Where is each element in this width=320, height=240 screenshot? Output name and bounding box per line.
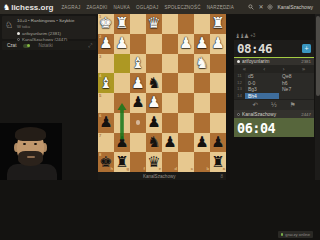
knight-game-icon: ♘ bbox=[5, 20, 13, 30]
square-a7[interactable]: ♟ bbox=[210, 133, 226, 153]
square-b3[interactable]: ♞ bbox=[194, 54, 210, 74]
square-c6[interactable] bbox=[178, 113, 194, 133]
rank-label: 7 bbox=[99, 134, 101, 138]
square-e1[interactable]: ♛ bbox=[146, 14, 162, 34]
square-d8[interactable]: d bbox=[162, 152, 178, 172]
square-c8[interactable]: c bbox=[178, 152, 194, 172]
piece-white-pawn-e5[interactable]: ♟ bbox=[146, 93, 162, 113]
square-f6[interactable] bbox=[130, 113, 146, 133]
square-b1[interactable] bbox=[194, 14, 210, 34]
search-icon[interactable] bbox=[248, 4, 254, 11]
file-label: b bbox=[206, 167, 209, 171]
square-g4[interactable] bbox=[114, 73, 130, 93]
black-side-icon bbox=[237, 113, 240, 116]
square-c7[interactable] bbox=[178, 133, 194, 153]
piece-black-pawn-g7[interactable]: ♟ bbox=[114, 133, 130, 153]
square-c2[interactable]: ♟ bbox=[178, 34, 194, 54]
square-e5[interactable]: ♟ bbox=[146, 93, 162, 113]
opponent-name: arifoyunlarim bbox=[242, 59, 299, 64]
scrollbar-thumb[interactable] bbox=[316, 16, 320, 96]
rank-label: 8 bbox=[99, 153, 101, 157]
captured-pieces-tray: ♝♝♟ +3 bbox=[235, 31, 313, 39]
streamer-webcam bbox=[0, 123, 62, 180]
rank-label: 3 bbox=[99, 55, 101, 59]
challenge-icon[interactable]: ✕ bbox=[258, 4, 263, 10]
square-f8[interactable]: f bbox=[130, 152, 146, 172]
tab-notes[interactable]: Notatki bbox=[38, 43, 52, 48]
square-g6[interactable] bbox=[114, 113, 130, 133]
piece-black-pawn-a7[interactable]: ♟ bbox=[210, 133, 226, 153]
square-h8[interactable]: 8h♚ bbox=[98, 152, 114, 172]
square-c1[interactable] bbox=[178, 14, 194, 34]
captured-pieces: ♝♝♟ bbox=[235, 32, 248, 39]
file-label: g bbox=[126, 167, 129, 171]
file-label: d bbox=[174, 167, 177, 171]
square-g1[interactable]: ♜ bbox=[114, 14, 130, 34]
square-f7[interactable] bbox=[130, 133, 146, 153]
square-h2[interactable]: 2♟ bbox=[98, 34, 114, 54]
last-move-button[interactable]: » bbox=[302, 65, 306, 73]
under-board-username: KanalSzachowy bbox=[98, 174, 220, 179]
square-e3[interactable] bbox=[146, 54, 162, 74]
logo-text: lichess.org bbox=[11, 3, 53, 12]
nav-item-nauka[interactable]: NAUKA bbox=[114, 5, 131, 10]
webcam-beard bbox=[18, 151, 43, 166]
square-d1[interactable] bbox=[162, 14, 178, 34]
piece-black-pawn-b7[interactable]: ♟ bbox=[194, 133, 210, 153]
file-label: h bbox=[110, 167, 113, 171]
last-move-highlight bbox=[114, 54, 130, 74]
square-a3[interactable] bbox=[210, 54, 226, 74]
move-dest-dot bbox=[136, 120, 141, 125]
file-label: e bbox=[159, 167, 161, 171]
opponent-player-bar[interactable]: arifoyunlarim 2381 bbox=[234, 57, 314, 65]
opponent-rating: 2381 bbox=[301, 59, 311, 64]
file-label: f bbox=[144, 167, 145, 171]
square-c3[interactable] bbox=[178, 54, 194, 74]
rank-label: 5 bbox=[99, 94, 101, 98]
piece-white-rook-g1[interactable]: ♜ bbox=[114, 14, 130, 34]
square-g3[interactable] bbox=[114, 54, 130, 74]
piece-white-queen-e1[interactable]: ♛ bbox=[146, 14, 162, 34]
chat-toggle[interactable] bbox=[23, 44, 30, 48]
piece-black-knight-e7[interactable]: ♞ bbox=[146, 133, 162, 153]
square-b2[interactable]: ♟ bbox=[194, 34, 210, 54]
piece-black-pawn-d7[interactable]: ♟ bbox=[162, 133, 178, 153]
square-a1[interactable]: ♜ bbox=[210, 14, 226, 34]
nav-item-zagadki[interactable]: ZAGADKI bbox=[86, 5, 107, 10]
square-b6[interactable] bbox=[194, 113, 210, 133]
player-name: KanalSzachowy bbox=[242, 112, 299, 117]
square-a5[interactable] bbox=[210, 93, 226, 113]
square-d4[interactable] bbox=[162, 73, 178, 93]
white-player-line[interactable]: arifoyunlarim (2381) bbox=[17, 31, 94, 36]
player-clock-active: 06:04 bbox=[234, 118, 314, 137]
piece-white-pawn-g2[interactable]: ♟ bbox=[114, 34, 130, 54]
square-h3[interactable]: 3 bbox=[98, 54, 114, 74]
square-h7[interactable]: 7 bbox=[98, 133, 114, 153]
game-side-panel: ♝♝♟ +3 08:46 + arifoyunlarim 2381 «‹›» 1… bbox=[234, 14, 314, 180]
rank-label: 4 bbox=[99, 74, 101, 78]
square-c4[interactable] bbox=[178, 73, 194, 93]
file-label: c bbox=[191, 167, 193, 171]
move-list: 11d5Qe8120-0h613Bg3Ne714Bh4 bbox=[234, 73, 314, 99]
square-f2[interactable] bbox=[130, 34, 146, 54]
rank-label: 1 bbox=[99, 15, 101, 19]
tab-chat[interactable]: Czat bbox=[7, 43, 16, 48]
nav-item-oglądaj[interactable]: OGLĄDAJ bbox=[136, 5, 158, 10]
player-rating: 2447 bbox=[301, 112, 311, 117]
white-player-name: arifoyunlarim (2381) bbox=[22, 31, 61, 36]
square-b4[interactable] bbox=[194, 73, 210, 93]
square-d5[interactable] bbox=[162, 93, 178, 113]
square-e7[interactable]: ♞ bbox=[146, 133, 162, 153]
player-time: 06:04 bbox=[237, 120, 275, 136]
square-f1[interactable] bbox=[130, 14, 146, 34]
square-d6[interactable] bbox=[162, 113, 178, 133]
square-e6[interactable]: ♟ bbox=[146, 113, 162, 133]
webcam-shoulders bbox=[7, 164, 57, 180]
draw-offer-icon[interactable]: ½ bbox=[271, 101, 277, 109]
nav-item-zagraj[interactable]: ZAGRAJ bbox=[61, 5, 80, 10]
square-g7[interactable]: ♟ bbox=[114, 133, 130, 153]
webcam-hair bbox=[15, 127, 46, 141]
material-diff: +3 bbox=[250, 33, 255, 38]
game-time-control: 10+0 • Rankingowa • Szybkie bbox=[17, 18, 94, 23]
next-move-button[interactable]: › bbox=[282, 65, 284, 73]
chat-tabbar: Czat Notatki ⤢ bbox=[2, 41, 96, 50]
piece-white-pawn-b2[interactable]: ♟ bbox=[194, 34, 210, 54]
piece-white-rook-a1[interactable]: ♜ bbox=[210, 14, 226, 34]
square-g2[interactable]: ♟ bbox=[114, 34, 130, 54]
square-b5[interactable] bbox=[194, 93, 210, 113]
gear-icon[interactable] bbox=[267, 4, 273, 11]
square-b8[interactable]: b bbox=[194, 152, 210, 172]
square-e8[interactable]: e♛ bbox=[146, 152, 162, 172]
square-a2[interactable]: ♟ bbox=[210, 34, 226, 54]
player-bar[interactable]: KanalSzachowy 2447 bbox=[234, 110, 314, 118]
square-f3[interactable]: ♝ bbox=[130, 54, 146, 74]
main-nav: ZAGRAJZAGADKINAUKAOGLĄDAJSPOŁECZNOŚĆNARZ… bbox=[61, 5, 248, 10]
nav-item-narzędzia[interactable]: NARZĘDZIA bbox=[207, 5, 234, 10]
square-h5[interactable]: 5 bbox=[98, 93, 114, 113]
knight-logo-icon: ♞ bbox=[3, 3, 10, 12]
move-nav-controls: «‹›» bbox=[234, 65, 314, 73]
nav-item-społeczność[interactable]: SPOŁECZNOŚĆ bbox=[164, 5, 200, 10]
prev-move-button[interactable]: ‹ bbox=[263, 65, 265, 73]
under-board-bar: KanalSzachowy 8 bbox=[98, 172, 226, 180]
opponent-time: 08:46 bbox=[237, 41, 272, 56]
piece-black-knight-e4[interactable]: ♞ bbox=[146, 73, 162, 93]
piece-white-bishop-f3[interactable]: ♝ bbox=[130, 54, 146, 74]
logged-in-username[interactable]: KanalSzachowy bbox=[277, 4, 313, 10]
square-d3[interactable] bbox=[162, 54, 178, 74]
rank-label: 2 bbox=[99, 35, 101, 39]
piece-white-knight-b3[interactable]: ♞ bbox=[194, 54, 210, 74]
piece-black-pawn-e6[interactable]: ♟ bbox=[146, 113, 162, 133]
piece-white-pawn-f4[interactable]: ♟ bbox=[130, 73, 146, 93]
square-c5[interactable] bbox=[178, 93, 194, 113]
square-d2[interactable] bbox=[162, 34, 178, 54]
square-f4[interactable]: ♟ bbox=[130, 73, 146, 93]
square-f5[interactable]: ♟ bbox=[130, 93, 146, 113]
top-navbar: ♞ lichess.org ZAGRAJZAGADKINAUKAOGLĄDAJS… bbox=[0, 0, 320, 14]
square-g8[interactable]: g♜ bbox=[114, 152, 130, 172]
square-a4[interactable] bbox=[210, 73, 226, 93]
header-user-area: ✕ KanalSzachowy bbox=[248, 4, 313, 11]
resign-flag-icon[interactable]: ⚑ bbox=[290, 101, 296, 109]
chess-board[interactable]: 1♚♜♛♜2♟♟♟♟♟3♝♞4♝♟♞5♟♟6♟♟7♟♞♟♟♟8h♚g♜fe♛dc… bbox=[98, 14, 226, 172]
square-h4[interactable]: 4♝ bbox=[98, 73, 114, 93]
square-h1[interactable]: 1♚ bbox=[98, 14, 114, 34]
piece-black-pawn-f5[interactable]: ♟ bbox=[130, 93, 146, 113]
game-action-buttons: ↶½⚑ bbox=[234, 99, 314, 110]
square-a8[interactable]: a♜ bbox=[210, 152, 226, 172]
lichess-logo[interactable]: ♞ lichess.org bbox=[3, 3, 53, 12]
chat-expand-icon[interactable]: ⤢ bbox=[88, 42, 92, 49]
white-color-icon bbox=[17, 32, 20, 35]
piece-white-pawn-c2[interactable]: ♟ bbox=[178, 34, 194, 54]
give-time-button[interactable]: + bbox=[302, 44, 311, 53]
scrollbar-track[interactable] bbox=[315, 14, 320, 180]
square-d7[interactable]: ♟ bbox=[162, 133, 178, 153]
game-info-box: ♘ 10+0 • Rankingowa • Szybkie W toku ari… bbox=[2, 16, 96, 39]
first-move-button[interactable]: « bbox=[242, 65, 246, 73]
white-side-icon bbox=[237, 60, 240, 63]
game-status: W toku bbox=[17, 24, 94, 29]
square-e2[interactable] bbox=[146, 34, 162, 54]
opponent-clock: 08:46 + bbox=[234, 40, 314, 57]
rank-label: 6 bbox=[99, 114, 101, 118]
file-label: a bbox=[223, 167, 225, 171]
under-board-number: 8 bbox=[220, 174, 223, 179]
square-a6[interactable] bbox=[210, 113, 226, 133]
square-h6[interactable]: 6♟ bbox=[98, 113, 114, 133]
square-b7[interactable]: ♟ bbox=[194, 133, 210, 153]
takeback-icon[interactable]: ↶ bbox=[252, 101, 257, 109]
square-e4[interactable]: ♞ bbox=[146, 73, 162, 93]
piece-white-pawn-a2[interactable]: ♟ bbox=[210, 34, 226, 54]
square-g5[interactable] bbox=[114, 93, 130, 113]
